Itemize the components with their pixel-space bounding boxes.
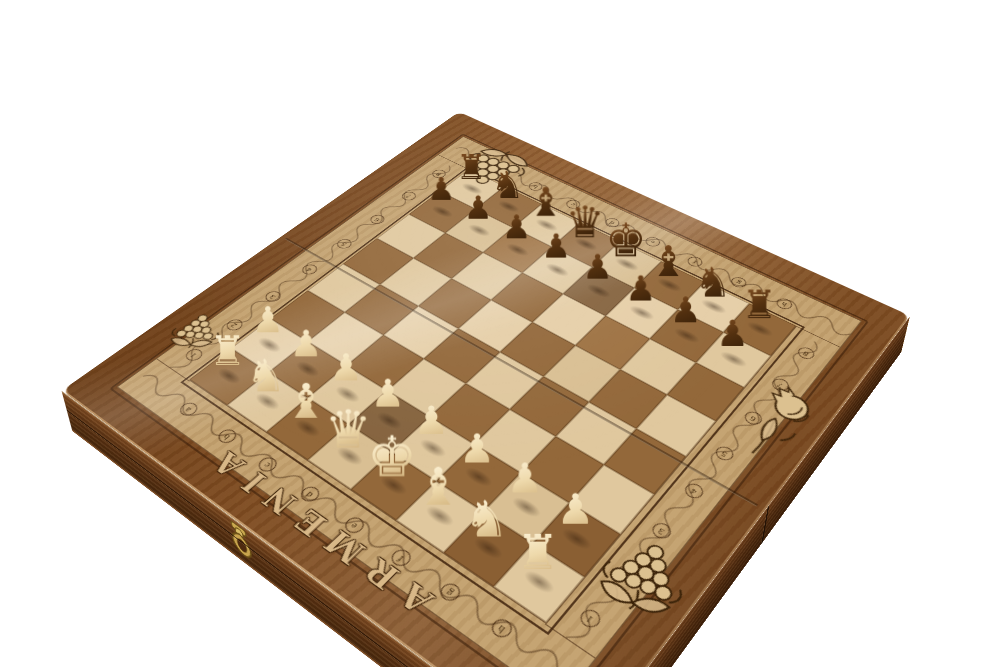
piece-glyph: ♜: [505, 520, 570, 583]
coordinate-label: g: [728, 275, 749, 289]
coordinate-label: 4: [299, 262, 320, 276]
coordinate-label: 6: [367, 213, 387, 226]
product-photo-scene: abcdefgh abcdefgh 87654321 87654321 ARME…: [0, 0, 1000, 667]
coordinate-label: 5: [334, 237, 355, 250]
coordinate-label: a: [490, 163, 509, 174]
piece-glyph: ♟: [705, 307, 759, 359]
coordinate-label: f: [685, 254, 705, 268]
coordinate-label: b: [526, 180, 545, 192]
coordinate-label: h: [774, 296, 795, 311]
chess-box: abcdefgh abcdefgh 87654321 87654321 ARME…: [62, 111, 911, 667]
coordinate-label: e: [643, 235, 663, 248]
coordinate-label: 8: [430, 168, 449, 179]
coordinate-label: c: [564, 198, 583, 210]
coordinate-label: 7: [399, 190, 418, 202]
coordinate-label: 3: [262, 289, 284, 304]
coordinate-label: d: [602, 216, 622, 229]
